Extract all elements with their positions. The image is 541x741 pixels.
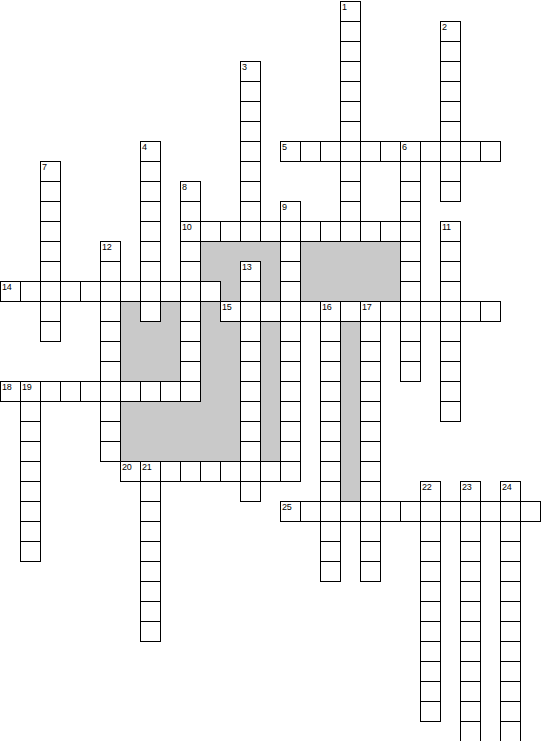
cell-r33-c25[interactable] <box>500 661 521 682</box>
shaded-block-r17-c7 <box>140 341 161 362</box>
cell-r13-c2[interactable] <box>40 261 61 282</box>
cell-r31-c7[interactable] <box>140 621 161 642</box>
cell-r13-c12[interactable] <box>240 261 261 282</box>
cell-r20-c12[interactable] <box>240 401 261 422</box>
cell-r29-c7[interactable] <box>140 581 161 602</box>
shaded-block-r17-c17 <box>340 341 361 362</box>
shaded-block-r13-c13 <box>260 261 281 282</box>
cell-r32-c21[interactable] <box>420 641 441 662</box>
cell-r11-c13[interactable] <box>260 221 281 242</box>
cell-r23-c7[interactable] <box>140 461 161 482</box>
cell-r15-c12[interactable] <box>240 301 261 322</box>
cell-r15-c16[interactable] <box>320 301 341 322</box>
shaded-block-r13-c15 <box>300 261 321 282</box>
cell-r14-c1[interactable] <box>20 281 41 302</box>
cell-r8-c2[interactable] <box>40 161 61 182</box>
cell-r36-c25[interactable] <box>500 721 521 741</box>
cell-r20-c5[interactable] <box>100 401 121 422</box>
shaded-block-r22-c9 <box>180 441 201 462</box>
shaded-block-r16-c11 <box>220 321 241 342</box>
cell-r7-c23[interactable] <box>460 141 481 162</box>
cell-r8-c12[interactable] <box>240 161 261 182</box>
cell-r15-c24[interactable] <box>480 301 501 322</box>
cell-r28-c16[interactable] <box>320 561 341 582</box>
cell-r17-c18[interactable] <box>360 341 381 362</box>
cell-r9-c17[interactable] <box>340 181 361 202</box>
cell-r29-c23[interactable] <box>460 581 481 602</box>
cell-r25-c18[interactable] <box>360 501 381 522</box>
cell-r7-c14[interactable] <box>280 141 301 162</box>
cell-r14-c5[interactable] <box>100 281 121 302</box>
shaded-block-r22-c17 <box>340 441 361 462</box>
cell-r21-c14[interactable] <box>280 421 301 442</box>
cell-r19-c12[interactable] <box>240 381 261 402</box>
cell-r3-c22[interactable] <box>440 61 461 82</box>
cell-r7-c20[interactable] <box>400 141 421 162</box>
cell-r23-c8[interactable] <box>160 461 181 482</box>
shaded-block-r15-c6 <box>120 301 141 322</box>
cell-r31-c23[interactable] <box>460 621 481 642</box>
cell-r11-c9[interactable] <box>180 221 201 242</box>
shaded-block-r22-c10 <box>200 441 221 462</box>
cell-r18-c22[interactable] <box>440 361 461 382</box>
cell-r20-c1[interactable] <box>20 401 41 422</box>
cell-r24-c7[interactable] <box>140 481 161 502</box>
cell-r23-c18[interactable] <box>360 461 381 482</box>
shaded-block-r12-c11 <box>220 241 241 262</box>
cell-r15-c22[interactable] <box>440 301 461 322</box>
cell-r7-c18[interactable] <box>360 141 381 162</box>
cell-r13-c9[interactable] <box>180 261 201 282</box>
cell-r17-c12[interactable] <box>240 341 261 362</box>
cell-r3-c17[interactable] <box>340 61 361 82</box>
cell-r25-c14[interactable] <box>280 501 301 522</box>
cell-r27-c1[interactable] <box>20 541 41 562</box>
shaded-block-r23-c17 <box>340 461 361 482</box>
cell-r22-c14[interactable] <box>280 441 301 462</box>
shaded-block-r22-c7 <box>140 441 161 462</box>
cell-r14-c12[interactable] <box>240 281 261 302</box>
cell-r14-c0[interactable] <box>0 281 21 302</box>
cell-r10-c2[interactable] <box>40 201 61 222</box>
cell-r15-c17[interactable] <box>340 301 361 322</box>
cell-r23-c14[interactable] <box>280 461 301 482</box>
shaded-block-r16-c13 <box>260 321 281 342</box>
cell-r33-c21[interactable] <box>420 661 441 682</box>
cell-r11-c7[interactable] <box>140 221 161 242</box>
cell-r15-c13[interactable] <box>260 301 281 322</box>
cell-r30-c25[interactable] <box>500 601 521 622</box>
cell-r28-c21[interactable] <box>420 561 441 582</box>
cell-r18-c14[interactable] <box>280 361 301 382</box>
cell-r7-c15[interactable] <box>300 141 321 162</box>
cell-r2-c17[interactable] <box>340 41 361 62</box>
shaded-block-r14-c17 <box>340 281 361 302</box>
cell-r18-c5[interactable] <box>100 361 121 382</box>
cell-r9-c9[interactable] <box>180 181 201 202</box>
cell-r34-c25[interactable] <box>500 681 521 702</box>
cell-r11-c22[interactable] <box>440 221 461 242</box>
cell-r13-c20[interactable] <box>400 261 421 282</box>
cell-r4-c17[interactable] <box>340 81 361 102</box>
cell-r11-c16[interactable] <box>320 221 341 242</box>
cell-r12-c9[interactable] <box>180 241 201 262</box>
cell-r20-c22[interactable] <box>440 401 461 422</box>
cell-r35-c21[interactable] <box>420 701 441 722</box>
cell-r25-c23[interactable] <box>460 501 481 522</box>
cell-r11-c14[interactable] <box>280 221 301 242</box>
cell-r14-c2[interactable] <box>40 281 61 302</box>
cell-r19-c3[interactable] <box>60 381 81 402</box>
cell-r14-c3[interactable] <box>60 281 81 302</box>
shaded-block-r12-c19 <box>380 241 401 262</box>
shaded-block-r16-c8 <box>160 321 181 342</box>
shaded-block-r18-c10 <box>200 361 221 382</box>
cell-r25-c7[interactable] <box>140 501 161 522</box>
cell-r19-c4[interactable] <box>80 381 101 402</box>
cell-r20-c18[interactable] <box>360 401 381 422</box>
shaded-block-r19-c10 <box>200 381 221 402</box>
cell-r15-c9[interactable] <box>180 301 201 322</box>
cell-r9-c22[interactable] <box>440 181 461 202</box>
cell-r30-c23[interactable] <box>460 601 481 622</box>
cell-r0-c17[interactable] <box>340 1 361 22</box>
cell-r22-c16[interactable] <box>320 441 341 462</box>
cell-r5-c17[interactable] <box>340 101 361 122</box>
cell-r19-c22[interactable] <box>440 381 461 402</box>
shaded-block-r22-c13 <box>260 441 281 462</box>
cell-r24-c21[interactable] <box>420 481 441 502</box>
cell-r7-c12[interactable] <box>240 141 261 162</box>
cell-r7-c19[interactable] <box>380 141 401 162</box>
cell-r11-c15[interactable] <box>300 221 321 242</box>
cell-r14-c22[interactable] <box>440 281 461 302</box>
cell-r7-c21[interactable] <box>420 141 441 162</box>
cell-r25-c19[interactable] <box>380 501 401 522</box>
cell-r6-c17[interactable] <box>340 121 361 142</box>
shaded-block-r12-c17 <box>340 241 361 262</box>
cell-r29-c25[interactable] <box>500 581 521 602</box>
cell-r19-c8[interactable] <box>160 381 181 402</box>
cell-r32-c23[interactable] <box>460 641 481 662</box>
shaded-block-r13-c10 <box>200 261 221 282</box>
cell-r23-c13[interactable] <box>260 461 281 482</box>
cell-r25-c21[interactable] <box>420 501 441 522</box>
cell-r4-c12[interactable] <box>240 81 261 102</box>
shaded-block-r18-c7 <box>140 361 161 382</box>
cell-r35-c23[interactable] <box>460 701 481 722</box>
cell-r4-c22[interactable] <box>440 81 461 102</box>
cell-r18-c12[interactable] <box>240 361 261 382</box>
cell-r12-c2[interactable] <box>40 241 61 262</box>
cell-r6-c22[interactable] <box>440 121 461 142</box>
cell-r19-c2[interactable] <box>40 381 61 402</box>
cell-r25-c20[interactable] <box>400 501 421 522</box>
cell-r19-c16[interactable] <box>320 381 341 402</box>
cell-r12-c14[interactable] <box>280 241 301 262</box>
cell-r10-c9[interactable] <box>180 201 201 222</box>
shaded-block-r17-c11 <box>220 341 241 362</box>
cell-r23-c6[interactable] <box>120 461 141 482</box>
cell-r2-c22[interactable] <box>440 41 461 62</box>
shaded-block-r21-c17 <box>340 421 361 442</box>
cell-r16-c14[interactable] <box>280 321 301 342</box>
cell-r22-c5[interactable] <box>100 441 121 462</box>
cell-r12-c22[interactable] <box>440 241 461 262</box>
cell-r15-c7[interactable] <box>140 301 161 322</box>
cell-r15-c15[interactable] <box>300 301 321 322</box>
cell-r19-c0[interactable] <box>0 381 21 402</box>
shaded-block-r21-c13 <box>260 421 281 442</box>
cell-r12-c5[interactable] <box>100 241 121 262</box>
cell-r24-c25[interactable] <box>500 481 521 502</box>
cell-r26-c1[interactable] <box>20 521 41 542</box>
cell-r11-c19[interactable] <box>380 221 401 242</box>
cell-r30-c7[interactable] <box>140 601 161 622</box>
cell-r26-c23[interactable] <box>460 521 481 542</box>
cell-r10-c7[interactable] <box>140 201 161 222</box>
shaded-block-r21-c9 <box>180 421 201 442</box>
cell-r7-c16[interactable] <box>320 141 341 162</box>
cell-r23-c11[interactable] <box>220 461 241 482</box>
cell-r21-c18[interactable] <box>360 421 381 442</box>
cell-r32-c25[interactable] <box>500 641 521 662</box>
cell-r16-c20[interactable] <box>400 321 421 342</box>
cell-r11-c10[interactable] <box>200 221 221 242</box>
cell-r11-c18[interactable] <box>360 221 381 242</box>
cell-r25-c15[interactable] <box>300 501 321 522</box>
cell-r15-c23[interactable] <box>460 301 481 322</box>
cell-r14-c9[interactable] <box>180 281 201 302</box>
cell-r34-c21[interactable] <box>420 681 441 702</box>
cell-r12-c7[interactable] <box>140 241 161 262</box>
cell-r11-c17[interactable] <box>340 221 361 242</box>
cell-r15-c21[interactable] <box>420 301 441 322</box>
cell-r5-c12[interactable] <box>240 101 261 122</box>
cell-r27-c7[interactable] <box>140 541 161 562</box>
cell-r25-c26[interactable] <box>520 501 541 522</box>
cell-r7-c22[interactable] <box>440 141 461 162</box>
cell-r17-c5[interactable] <box>100 341 121 362</box>
cell-r14-c10[interactable] <box>200 281 221 302</box>
cell-r19-c7[interactable] <box>140 381 161 402</box>
cell-r8-c17[interactable] <box>340 161 361 182</box>
cell-r11-c11[interactable] <box>220 221 241 242</box>
cell-r24-c16[interactable] <box>320 481 341 502</box>
cell-r1-c22[interactable] <box>440 21 461 42</box>
cell-r7-c24[interactable] <box>480 141 501 162</box>
cell-r18-c20[interactable] <box>400 361 421 382</box>
cell-r15-c20[interactable] <box>400 301 421 322</box>
cell-r11-c2[interactable] <box>40 221 61 242</box>
cell-r14-c6[interactable] <box>120 281 141 302</box>
shaded-block-r13-c19 <box>380 261 401 282</box>
cell-r27-c16[interactable] <box>320 541 341 562</box>
cell-r16-c22[interactable] <box>440 321 461 342</box>
shaded-block-r14-c19 <box>380 281 401 302</box>
cell-r11-c20[interactable] <box>400 221 421 242</box>
cell-r28-c25[interactable] <box>500 561 521 582</box>
cell-r26-c25[interactable] <box>500 521 521 542</box>
shaded-block-r15-c10 <box>200 301 221 322</box>
cell-r3-c12[interactable] <box>240 61 261 82</box>
cell-r19-c18[interactable] <box>360 381 381 402</box>
cell-r11-c12[interactable] <box>240 221 261 242</box>
cell-r24-c18[interactable] <box>360 481 381 502</box>
shaded-block-r21-c6 <box>120 421 141 442</box>
cell-r15-c18[interactable] <box>360 301 381 322</box>
cell-r10-c12[interactable] <box>240 201 261 222</box>
cell-r33-c23[interactable] <box>460 661 481 682</box>
cell-r28-c7[interactable] <box>140 561 161 582</box>
cell-r14-c4[interactable] <box>80 281 101 302</box>
cell-r25-c16[interactable] <box>320 501 341 522</box>
cell-r7-c17[interactable] <box>340 141 361 162</box>
cell-r23-c10[interactable] <box>200 461 221 482</box>
shaded-block-r16-c10 <box>200 321 221 342</box>
cell-r18-c16[interactable] <box>320 361 341 382</box>
cell-r31-c25[interactable] <box>500 621 521 642</box>
cell-r15-c11[interactable] <box>220 301 241 322</box>
cell-r17-c20[interactable] <box>400 341 421 362</box>
cell-r15-c2[interactable] <box>40 301 61 322</box>
cell-r12-c20[interactable] <box>400 241 421 262</box>
cell-r29-c21[interactable] <box>420 581 441 602</box>
cell-r23-c16[interactable] <box>320 461 341 482</box>
cell-r19-c9[interactable] <box>180 381 201 402</box>
cell-r17-c16[interactable] <box>320 341 341 362</box>
cell-r10-c14[interactable] <box>280 201 301 222</box>
shaded-block-r16-c7 <box>140 321 161 342</box>
cell-r9-c12[interactable] <box>240 181 261 202</box>
shaded-block-r18-c13 <box>260 361 281 382</box>
shaded-block-r19-c11 <box>220 381 241 402</box>
cell-r9-c7[interactable] <box>140 181 161 202</box>
cell-r13-c7[interactable] <box>140 261 161 282</box>
shaded-block-r17-c6 <box>120 341 141 362</box>
cell-r17-c14[interactable] <box>280 341 301 362</box>
cell-r18-c18[interactable] <box>360 361 381 382</box>
cell-r36-c23[interactable] <box>460 721 481 741</box>
cell-r25-c1[interactable] <box>20 501 41 522</box>
cell-r25-c25[interactable] <box>500 501 521 522</box>
cell-r18-c9[interactable] <box>180 361 201 382</box>
cell-r19-c1[interactable] <box>20 381 41 402</box>
shaded-block-r13-c16 <box>320 261 341 282</box>
cell-r17-c22[interactable] <box>440 341 461 362</box>
cell-r6-c12[interactable] <box>240 121 261 142</box>
cell-r15-c5[interactable] <box>100 301 121 322</box>
cell-r15-c19[interactable] <box>380 301 401 322</box>
cell-r17-c9[interactable] <box>180 341 201 362</box>
cell-r14-c8[interactable] <box>160 281 181 302</box>
cell-r14-c20[interactable] <box>400 281 421 302</box>
cell-r22-c18[interactable] <box>360 441 381 462</box>
cell-r14-c14[interactable] <box>280 281 301 302</box>
cell-r20-c16[interactable] <box>320 401 341 422</box>
cell-r34-c23[interactable] <box>460 681 481 702</box>
shaded-block-r21-c7 <box>140 421 161 442</box>
cell-r8-c20[interactable] <box>400 161 421 182</box>
cell-r30-c21[interactable] <box>420 601 441 622</box>
cell-r19-c5[interactable] <box>100 381 121 402</box>
cell-r13-c22[interactable] <box>440 261 461 282</box>
cell-r21-c5[interactable] <box>100 421 121 442</box>
cell-r16-c12[interactable] <box>240 321 261 342</box>
cell-r31-c21[interactable] <box>420 621 441 642</box>
cell-r25-c17[interactable] <box>340 501 361 522</box>
cell-r23-c12[interactable] <box>240 461 261 482</box>
cell-r22-c12[interactable] <box>240 441 261 462</box>
shaded-block-r12-c15 <box>300 241 321 262</box>
cell-r16-c2[interactable] <box>40 321 61 342</box>
cell-r1-c17[interactable] <box>340 21 361 42</box>
cell-r28-c23[interactable] <box>460 561 481 582</box>
cell-r19-c14[interactable] <box>280 381 301 402</box>
cell-r24-c23[interactable] <box>460 481 481 502</box>
cell-r25-c24[interactable] <box>480 501 501 522</box>
cell-r21-c12[interactable] <box>240 421 261 442</box>
cell-r16-c9[interactable] <box>180 321 201 342</box>
cell-r24-c12[interactable] <box>240 481 261 502</box>
shaded-block-r14-c11 <box>220 281 241 302</box>
cell-r16-c16[interactable] <box>320 321 341 342</box>
cell-r21-c1[interactable] <box>20 421 41 442</box>
cell-r23-c9[interactable] <box>180 461 201 482</box>
shaded-block-r19-c13 <box>260 381 281 402</box>
cell-r5-c22[interactable] <box>440 101 461 122</box>
cell-r23-c1[interactable] <box>20 461 41 482</box>
cell-r8-c7[interactable] <box>140 161 161 182</box>
cell-r16-c5[interactable] <box>100 321 121 342</box>
shaded-block-r20-c10 <box>200 401 221 422</box>
cell-r35-c25[interactable] <box>500 701 521 722</box>
cell-r24-c1[interactable] <box>20 481 41 502</box>
cell-r26-c16[interactable] <box>320 521 341 542</box>
cell-r27-c25[interactable] <box>500 541 521 562</box>
cell-r9-c20[interactable] <box>400 181 421 202</box>
shaded-block-r22-c11 <box>220 441 241 462</box>
cell-r9-c2[interactable] <box>40 181 61 202</box>
cell-r28-c18[interactable] <box>360 561 381 582</box>
cell-r26-c7[interactable] <box>140 521 161 542</box>
shaded-block-r20-c17 <box>340 401 361 422</box>
cell-r27-c18[interactable] <box>360 541 381 562</box>
cell-r13-c14[interactable] <box>280 261 301 282</box>
shaded-block-r12-c10 <box>200 241 221 262</box>
cell-r14-c7[interactable] <box>140 281 161 302</box>
cell-r10-c20[interactable] <box>400 201 421 222</box>
cell-r22-c1[interactable] <box>20 441 41 462</box>
cell-r15-c14[interactable] <box>280 301 301 322</box>
cell-r27-c23[interactable] <box>460 541 481 562</box>
cell-r10-c17[interactable] <box>340 201 361 222</box>
cell-r7-c7[interactable] <box>140 141 161 162</box>
shaded-block-r12-c13 <box>260 241 281 262</box>
shaded-block-r18-c17 <box>340 361 361 382</box>
cell-r26-c18[interactable] <box>360 521 381 542</box>
shaded-block-r14-c18 <box>360 281 381 302</box>
cell-r20-c14[interactable] <box>280 401 301 422</box>
cell-r25-c22[interactable] <box>440 501 461 522</box>
cell-r26-c21[interactable] <box>420 521 441 542</box>
cell-r19-c6[interactable] <box>120 381 141 402</box>
cell-r27-c21[interactable] <box>420 541 441 562</box>
cell-r16-c18[interactable] <box>360 321 381 342</box>
cell-r8-c22[interactable] <box>440 161 461 182</box>
cell-r21-c16[interactable] <box>320 421 341 442</box>
cell-r13-c5[interactable] <box>100 261 121 282</box>
